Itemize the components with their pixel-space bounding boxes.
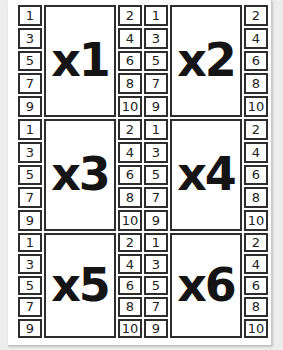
number-cell: 8 [244,73,268,94]
number-cell: 9 [144,210,168,231]
number-cell: 9 [144,319,168,338]
number-cell: 3 [18,28,42,49]
left-strip: 1 3 5 7 9 [144,119,168,231]
right-strip: 2 4 6 8 10 [118,5,142,117]
number-cell: 10 [244,210,268,231]
number-cell: 4 [118,142,142,163]
number-cell: 6 [244,276,268,295]
number-cell: 9 [18,210,42,231]
number-cell: 4 [244,254,268,273]
right-strip: 2 4 6 8 10 [118,119,142,231]
card-label: x4 [170,119,242,231]
number-cell: 1 [144,5,168,26]
flashcard-x5: 1 3 5 7 9 x5 2 4 6 8 10 [18,233,142,338]
number-cell: 5 [18,51,42,72]
number-cell: 2 [118,119,142,140]
flashcard-x2: 1 3 5 7 9 x2 2 4 6 8 10 [144,5,268,117]
number-cell: 7 [18,73,42,94]
number-cell: 2 [244,5,268,26]
flashcard-x3: 1 3 5 7 9 x3 2 4 6 8 10 [18,119,142,231]
number-cell: 3 [18,254,42,273]
number-cell: 10 [244,319,268,338]
flashcard-grid: 1 3 5 7 9 x1 2 4 6 8 10 1 3 5 7 9 [18,5,268,338]
number-cell: 8 [118,297,142,316]
number-cell: 5 [18,276,42,295]
card-label: x1 [44,5,116,117]
number-cell: 1 [144,119,168,140]
number-cell: 4 [244,142,268,163]
number-cell: 10 [118,210,142,231]
number-cell: 5 [144,51,168,72]
number-cell: 8 [118,187,142,208]
number-cell: 3 [18,142,42,163]
number-cell: 7 [18,297,42,316]
number-cell: 1 [144,233,168,252]
right-strip: 2 4 6 8 10 [244,119,268,231]
number-cell: 2 [118,233,142,252]
number-cell: 1 [18,5,42,26]
number-cell: 9 [144,96,168,117]
number-cell: 7 [144,297,168,316]
flashcard-x4: 1 3 5 7 9 x4 2 4 6 8 10 [144,119,268,231]
left-strip: 1 3 5 7 9 [144,233,168,338]
number-cell: 6 [118,165,142,186]
card-label: x3 [44,119,116,231]
number-cell: 10 [244,96,268,117]
number-cell: 2 [244,119,268,140]
flashcard-x6: 1 3 5 7 9 x6 2 4 6 8 10 [144,233,268,338]
number-cell: 5 [144,276,168,295]
left-strip: 1 3 5 7 9 [18,5,42,117]
number-cell: 3 [144,254,168,273]
number-cell: 6 [244,165,268,186]
number-cell: 4 [244,28,268,49]
number-cell: 6 [118,51,142,72]
worksheet-page: 1 3 5 7 9 x1 2 4 6 8 10 1 3 5 7 9 [8,0,272,346]
right-strip: 2 4 6 8 10 [244,5,268,117]
card-label: x2 [170,5,242,117]
flashcard-x1: 1 3 5 7 9 x1 2 4 6 8 10 [18,5,142,117]
right-strip: 2 4 6 8 10 [118,233,142,338]
card-label: x5 [44,233,116,338]
number-cell: 6 [244,51,268,72]
number-cell: 8 [244,297,268,316]
left-strip: 1 3 5 7 9 [144,5,168,117]
number-cell: 8 [118,73,142,94]
right-strip: 2 4 6 8 10 [244,233,268,338]
number-cell: 3 [144,28,168,49]
number-cell: 1 [18,233,42,252]
number-cell: 4 [118,28,142,49]
number-cell: 8 [244,187,268,208]
number-cell: 1 [18,119,42,140]
number-cell: 3 [144,142,168,163]
number-cell: 4 [118,254,142,273]
left-strip: 1 3 5 7 9 [18,119,42,231]
number-cell: 7 [18,187,42,208]
number-cell: 10 [118,319,142,338]
number-cell: 9 [18,319,42,338]
number-cell: 2 [118,5,142,26]
number-cell: 10 [118,96,142,117]
number-cell: 5 [18,165,42,186]
number-cell: 6 [118,276,142,295]
number-cell: 7 [144,187,168,208]
number-cell: 2 [244,233,268,252]
card-label: x6 [170,233,242,338]
number-cell: 5 [144,165,168,186]
number-cell: 7 [144,73,168,94]
number-cell: 9 [18,96,42,117]
left-strip: 1 3 5 7 9 [18,233,42,338]
